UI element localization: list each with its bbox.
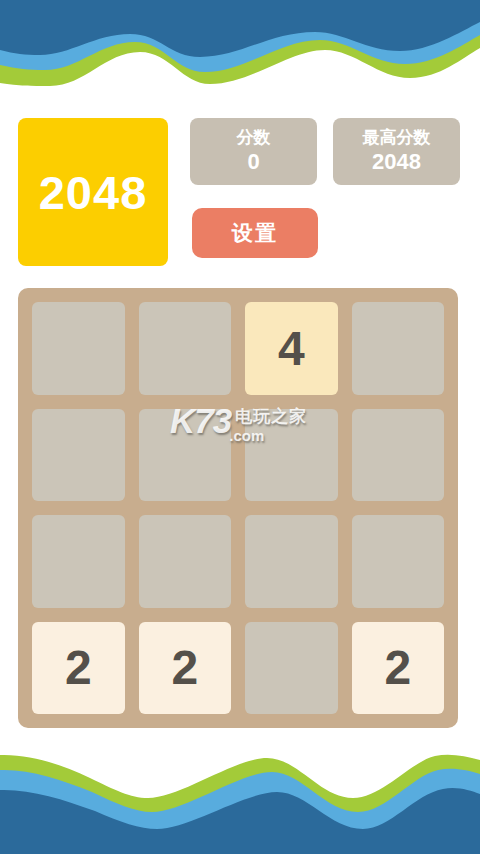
- tile-2: 2: [352, 622, 445, 715]
- cell-empty: [139, 409, 232, 502]
- bottom-wave-banner: [0, 744, 480, 854]
- best-score-box: 最高分数 2048: [333, 118, 460, 185]
- cell-empty: [245, 622, 338, 715]
- wave-graphic-bottom: [0, 744, 480, 854]
- cell-empty: [32, 515, 125, 608]
- settings-button-label: 设置: [232, 219, 278, 247]
- cell-empty: [32, 409, 125, 502]
- logo-text: 2048: [39, 165, 148, 220]
- top-wave-banner: [0, 0, 480, 105]
- cell-empty: [352, 515, 445, 608]
- settings-button[interactable]: 设置: [192, 208, 318, 258]
- cell-empty: [245, 515, 338, 608]
- cell-empty: [139, 302, 232, 395]
- tile-2: 2: [139, 622, 232, 715]
- tile-2: 2: [32, 622, 125, 715]
- cell-empty: [352, 302, 445, 395]
- game-board[interactable]: 4222: [18, 288, 458, 728]
- best-score-label: 最高分数: [363, 127, 431, 148]
- best-score-value: 2048: [372, 148, 421, 176]
- tile-4: 4: [245, 302, 338, 395]
- cell-empty: [245, 409, 338, 502]
- score-value: 0: [247, 148, 259, 176]
- score-label: 分数: [237, 127, 271, 148]
- wave-darkblue-top: [0, 0, 480, 57]
- wave-graphic-top: [0, 0, 480, 105]
- cell-empty: [32, 302, 125, 395]
- cell-empty: [352, 409, 445, 502]
- logo-2048: 2048: [18, 118, 168, 266]
- score-box: 分数 0: [190, 118, 317, 185]
- cell-empty: [139, 515, 232, 608]
- app-screen: 2048 分数 0 最高分数 2048 设置 4222 K73 电玩之家 .co…: [0, 0, 480, 854]
